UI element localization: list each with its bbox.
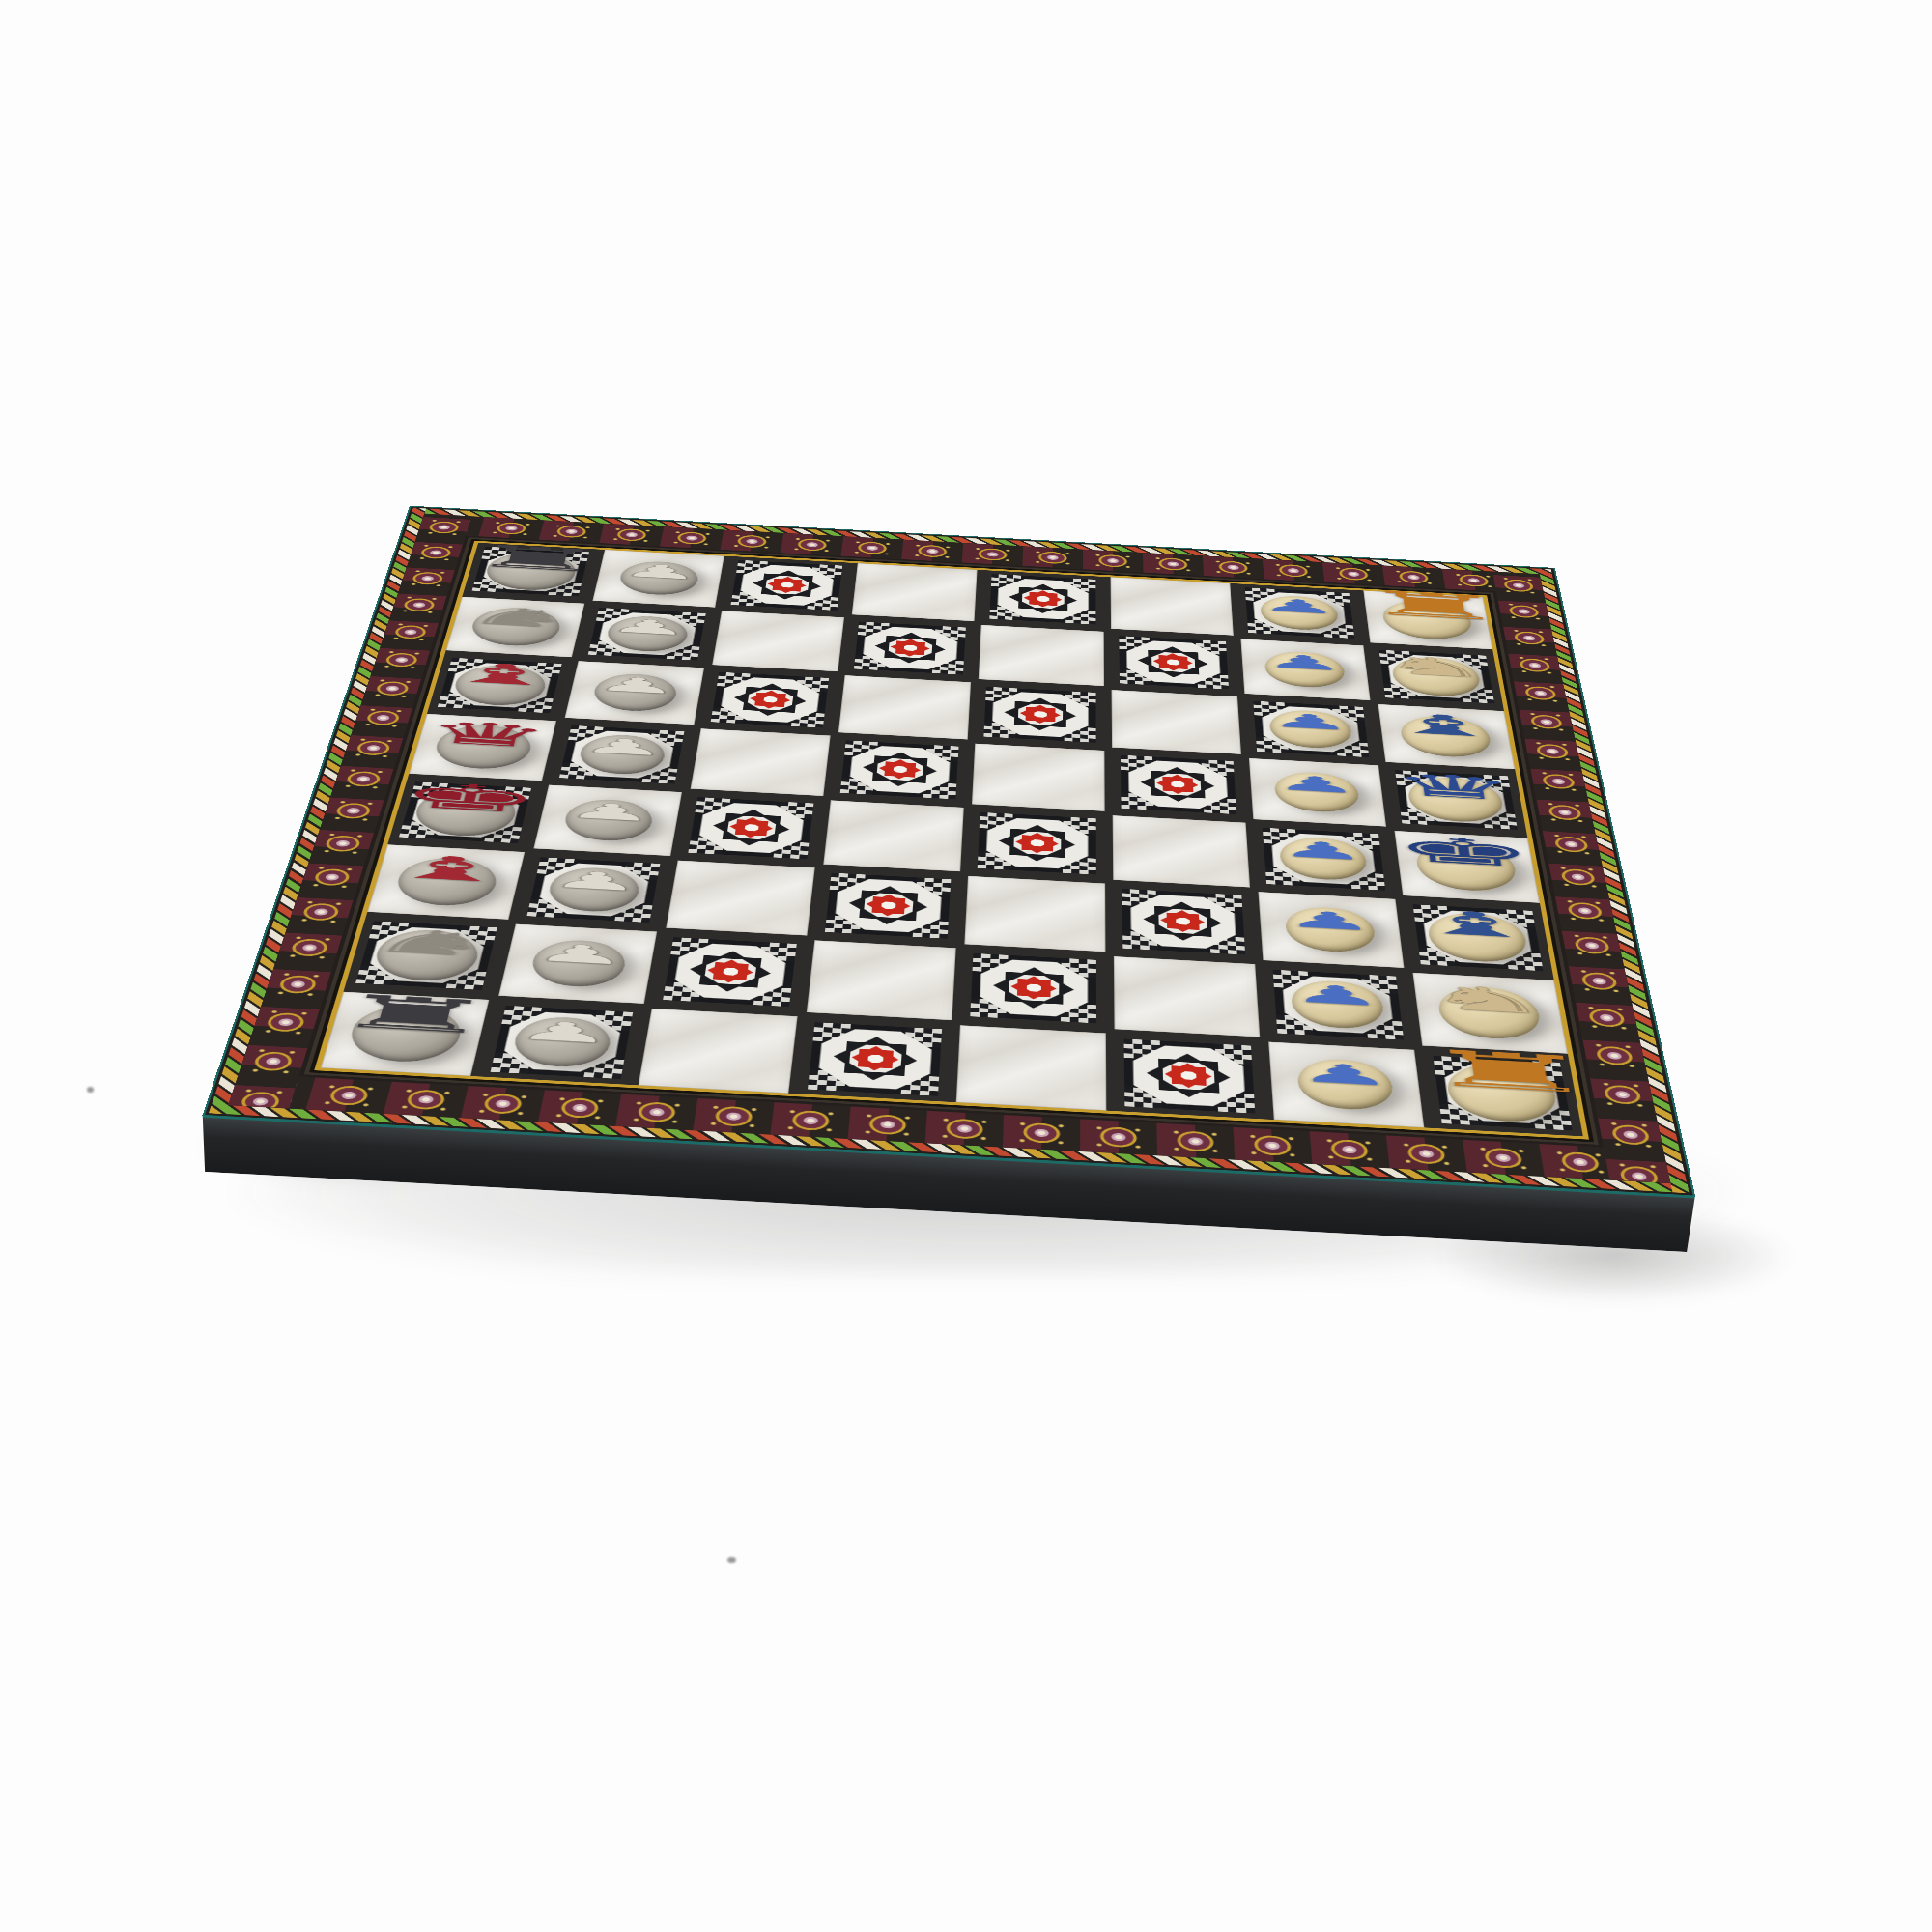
square-d4[interactable]	[831, 736, 967, 804]
square-e3[interactable]	[678, 792, 823, 864]
square-e5[interactable]	[968, 808, 1105, 879]
square-e4[interactable]	[823, 800, 963, 871]
square-h7[interactable]	[1268, 1042, 1424, 1128]
square-g1[interactable]	[345, 916, 508, 995]
square-h6[interactable]	[1115, 1034, 1265, 1120]
square-b5[interactable]	[979, 625, 1104, 686]
square-a3[interactable]	[723, 556, 851, 614]
square-h3[interactable]	[639, 1009, 798, 1094]
square-g2[interactable]	[498, 924, 657, 1004]
square-c5[interactable]	[975, 683, 1104, 748]
square-b3[interactable]	[712, 611, 844, 671]
square-c4[interactable]	[838, 675, 971, 740]
dust-speck	[727, 1557, 736, 1563]
square-a5[interactable]	[981, 570, 1104, 628]
square-b6[interactable]	[1111, 632, 1237, 694]
square-a4[interactable]	[852, 563, 978, 621]
square-f2[interactable]	[517, 852, 670, 927]
square-g8[interactable]	[1412, 973, 1567, 1054]
square-f4[interactable]	[815, 868, 960, 944]
square-h4[interactable]	[797, 1017, 952, 1102]
square-f5[interactable]	[964, 876, 1105, 952]
square-b4[interactable]	[845, 618, 974, 679]
square-g5[interactable]	[960, 949, 1106, 1029]
square-f8[interactable]	[1404, 899, 1553, 976]
square-h2[interactable]	[479, 1000, 643, 1085]
square-g7[interactable]	[1264, 964, 1414, 1045]
square-f6[interactable]	[1113, 884, 1255, 960]
square-f3[interactable]	[666, 861, 814, 936]
square-f1[interactable]	[367, 844, 525, 920]
square-e6[interactable]	[1113, 815, 1250, 888]
square-h1[interactable]	[321, 992, 490, 1076]
square-a6[interactable]	[1111, 577, 1234, 635]
camera-tilt: ♜♟♟♜♞♟♟♞♝♟♟♝♛♟♟♛♚♟♟♚♝♟♟♝♞♟♟♞♜♟♟♜	[0, 0, 1932, 1932]
square-c3[interactable]	[701, 668, 838, 732]
square-f7[interactable]	[1258, 892, 1404, 968]
photo-background: ♜♟♟♜♞♟♟♞♝♟♟♝♛♟♟♛♚♟♟♚♝♟♟♝♞♟♟♞♜♟♟♜	[0, 0, 1932, 1932]
square-d6[interactable]	[1112, 751, 1245, 819]
chess-board: ♜♟♟♜♞♟♟♞♝♟♟♝♛♟♟♛♚♟♟♚♝♟♟♝♞♟♟♞♜♟♟♜	[202, 506, 1695, 1197]
square-g3[interactable]	[652, 932, 806, 1012]
square-e7[interactable]	[1254, 823, 1395, 895]
square-e2[interactable]	[533, 784, 682, 856]
dust-speck	[87, 1087, 94, 1093]
square-d5[interactable]	[972, 744, 1105, 811]
square-c6[interactable]	[1112, 690, 1241, 754]
square-d3[interactable]	[691, 728, 831, 796]
square-h5[interactable]	[956, 1025, 1106, 1110]
square-g4[interactable]	[807, 940, 956, 1020]
square-h8[interactable]	[1423, 1050, 1583, 1136]
square-g6[interactable]	[1114, 956, 1260, 1037]
